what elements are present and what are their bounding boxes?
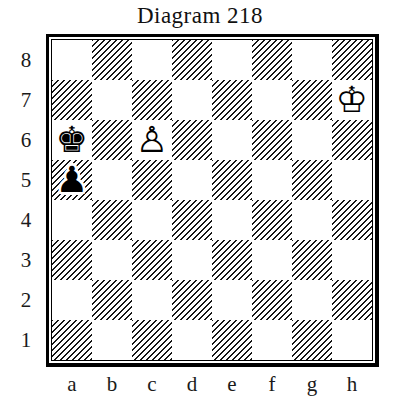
board-squares: ♔♚♙♟ xyxy=(51,39,373,361)
file-label-h: h xyxy=(332,370,372,398)
file-label-e: e xyxy=(212,370,252,398)
square-f8 xyxy=(252,40,292,80)
piece-white-king: ♔ xyxy=(332,80,372,120)
square-h3 xyxy=(332,240,372,280)
piece-black-pawn: ♟ xyxy=(52,160,92,200)
square-a2 xyxy=(52,280,92,320)
square-e1 xyxy=(212,320,252,360)
rank-label-2: 2 xyxy=(13,280,39,320)
file-label-f: f xyxy=(252,370,292,398)
square-a4 xyxy=(52,200,92,240)
square-f1 xyxy=(252,320,292,360)
square-e6 xyxy=(212,120,252,160)
square-e5 xyxy=(212,160,252,200)
square-h6 xyxy=(332,120,372,160)
square-f7 xyxy=(252,80,292,120)
square-c5 xyxy=(132,160,172,200)
square-g3 xyxy=(292,240,332,280)
rank-label-7: 7 xyxy=(13,80,39,120)
square-h7: ♔ xyxy=(332,80,372,120)
square-f2 xyxy=(252,280,292,320)
chess-board-frame: ♔♚♙♟ xyxy=(46,34,379,367)
square-d4 xyxy=(172,200,212,240)
square-g5 xyxy=(292,160,332,200)
square-c3 xyxy=(132,240,172,280)
square-g1 xyxy=(292,320,332,360)
square-c2 xyxy=(132,280,172,320)
square-h1 xyxy=(332,320,372,360)
rank-label-4: 4 xyxy=(13,200,39,240)
diagram-title: Diagram 218 xyxy=(0,3,400,29)
square-b1 xyxy=(92,320,132,360)
square-d7 xyxy=(172,80,212,120)
square-f6 xyxy=(252,120,292,160)
file-label-c: c xyxy=(132,370,172,398)
square-f4 xyxy=(252,200,292,240)
square-d2 xyxy=(172,280,212,320)
square-b4 xyxy=(92,200,132,240)
square-h4 xyxy=(332,200,372,240)
square-c1 xyxy=(132,320,172,360)
square-b8 xyxy=(92,40,132,80)
rank-label-3: 3 xyxy=(13,240,39,280)
square-e7 xyxy=(212,80,252,120)
square-a7 xyxy=(52,80,92,120)
square-d5 xyxy=(172,160,212,200)
square-g8 xyxy=(292,40,332,80)
square-g6 xyxy=(292,120,332,160)
square-c7 xyxy=(132,80,172,120)
rank-label-8: 8 xyxy=(13,40,39,80)
square-f5 xyxy=(252,160,292,200)
square-d1 xyxy=(172,320,212,360)
file-label-a: a xyxy=(52,370,92,398)
square-a3 xyxy=(52,240,92,280)
rank-label-5: 5 xyxy=(13,160,39,200)
square-g7 xyxy=(292,80,332,120)
file-labels: abcdefgh xyxy=(52,370,372,398)
square-e2 xyxy=(212,280,252,320)
square-f3 xyxy=(252,240,292,280)
square-b2 xyxy=(92,280,132,320)
square-b7 xyxy=(92,80,132,120)
square-e8 xyxy=(212,40,252,80)
square-c6: ♙ xyxy=(132,120,172,160)
square-g2 xyxy=(292,280,332,320)
square-e4 xyxy=(212,200,252,240)
rank-label-6: 6 xyxy=(13,120,39,160)
diagram-page: Diagram 218 87654321 ♔♚♙♟ abcdefgh xyxy=(0,0,400,400)
file-label-d: d xyxy=(172,370,212,398)
square-d3 xyxy=(172,240,212,280)
square-c8 xyxy=(132,40,172,80)
square-a5: ♟ xyxy=(52,160,92,200)
square-e3 xyxy=(212,240,252,280)
square-b3 xyxy=(92,240,132,280)
square-h2 xyxy=(332,280,372,320)
square-a6: ♚ xyxy=(52,120,92,160)
square-g4 xyxy=(292,200,332,240)
square-h5 xyxy=(332,160,372,200)
square-b5 xyxy=(92,160,132,200)
square-c4 xyxy=(132,200,172,240)
piece-white-pawn: ♙ xyxy=(132,120,172,160)
square-d8 xyxy=(172,40,212,80)
square-d6 xyxy=(172,120,212,160)
rank-label-1: 1 xyxy=(13,320,39,360)
square-h8 xyxy=(332,40,372,80)
rank-labels: 87654321 xyxy=(13,40,39,360)
file-label-g: g xyxy=(292,370,332,398)
square-b6 xyxy=(92,120,132,160)
square-a1 xyxy=(52,320,92,360)
file-label-b: b xyxy=(92,370,132,398)
square-a8 xyxy=(52,40,92,80)
piece-black-king: ♚ xyxy=(52,120,92,160)
